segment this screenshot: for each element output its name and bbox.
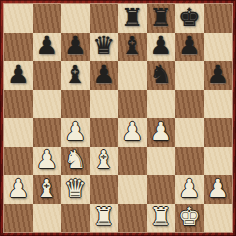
square-c2[interactable]: ♛ bbox=[61, 175, 90, 204]
black-pawn-d6: ♟ bbox=[93, 62, 115, 87]
square-h3[interactable] bbox=[204, 147, 233, 176]
white-rook-f1: ♜ bbox=[150, 204, 172, 229]
black-pawn-h6: ♟ bbox=[207, 62, 229, 87]
square-d3[interactable]: ♝ bbox=[90, 147, 119, 176]
square-g8[interactable]: ♚ bbox=[175, 4, 204, 33]
black-rook-f8: ♜ bbox=[150, 5, 172, 30]
square-c8[interactable] bbox=[61, 4, 90, 33]
chess-board: ♜♜♚♟♟♛♝♟♟♟♝♟♞♟♟♟♟♟♞♝♟♝♛♟♟♜♜♚ bbox=[4, 4, 232, 232]
square-d7[interactable]: ♛ bbox=[90, 33, 119, 62]
square-g3[interactable] bbox=[175, 147, 204, 176]
square-e1[interactable] bbox=[118, 204, 147, 233]
square-f8[interactable]: ♜ bbox=[147, 4, 176, 33]
square-g6[interactable] bbox=[175, 61, 204, 90]
white-bishop-b2: ♝ bbox=[36, 176, 58, 201]
square-h5[interactable] bbox=[204, 90, 233, 119]
square-f7[interactable]: ♟ bbox=[147, 33, 176, 62]
black-pawn-f7: ♟ bbox=[150, 33, 172, 58]
square-e8[interactable]: ♜ bbox=[118, 4, 147, 33]
square-g4[interactable] bbox=[175, 118, 204, 147]
square-f1[interactable]: ♜ bbox=[147, 204, 176, 233]
white-knight-c3: ♞ bbox=[64, 147, 86, 172]
black-pawn-b7: ♟ bbox=[36, 33, 58, 58]
square-b8[interactable] bbox=[33, 4, 62, 33]
square-h7[interactable] bbox=[204, 33, 233, 62]
white-pawn-g2: ♟ bbox=[178, 176, 200, 201]
black-bishop-e7: ♝ bbox=[121, 33, 143, 58]
square-c6[interactable]: ♝ bbox=[61, 61, 90, 90]
black-pawn-a6: ♟ bbox=[7, 62, 29, 87]
black-pawn-c7: ♟ bbox=[64, 33, 86, 58]
square-b5[interactable] bbox=[33, 90, 62, 119]
white-king-g1: ♚ bbox=[178, 204, 200, 229]
square-b3[interactable]: ♟ bbox=[33, 147, 62, 176]
white-pawn-h2: ♟ bbox=[207, 176, 229, 201]
square-a6[interactable]: ♟ bbox=[4, 61, 33, 90]
square-h6[interactable]: ♟ bbox=[204, 61, 233, 90]
square-e4[interactable]: ♟ bbox=[118, 118, 147, 147]
square-b2[interactable]: ♝ bbox=[33, 175, 62, 204]
square-d6[interactable]: ♟ bbox=[90, 61, 119, 90]
square-d5[interactable] bbox=[90, 90, 119, 119]
square-b7[interactable]: ♟ bbox=[33, 33, 62, 62]
square-a4[interactable] bbox=[4, 118, 33, 147]
square-e6[interactable] bbox=[118, 61, 147, 90]
square-f6[interactable]: ♞ bbox=[147, 61, 176, 90]
square-a7[interactable] bbox=[4, 33, 33, 62]
square-a8[interactable] bbox=[4, 4, 33, 33]
square-d2[interactable] bbox=[90, 175, 119, 204]
square-b1[interactable] bbox=[33, 204, 62, 233]
square-c1[interactable] bbox=[61, 204, 90, 233]
board-frame: ♜♜♚♟♟♛♝♟♟♟♝♟♞♟♟♟♟♟♞♝♟♝♛♟♟♜♜♚ bbox=[0, 0, 236, 236]
black-queen-d7: ♛ bbox=[93, 33, 115, 58]
square-e5[interactable] bbox=[118, 90, 147, 119]
white-pawn-b3: ♟ bbox=[36, 147, 58, 172]
square-g1[interactable]: ♚ bbox=[175, 204, 204, 233]
square-h4[interactable] bbox=[204, 118, 233, 147]
square-c3[interactable]: ♞ bbox=[61, 147, 90, 176]
square-c5[interactable] bbox=[61, 90, 90, 119]
square-f4[interactable]: ♟ bbox=[147, 118, 176, 147]
square-a2[interactable]: ♟ bbox=[4, 175, 33, 204]
square-b6[interactable] bbox=[33, 61, 62, 90]
square-h2[interactable]: ♟ bbox=[204, 175, 233, 204]
white-rook-d1: ♜ bbox=[93, 204, 115, 229]
white-pawn-e4: ♟ bbox=[121, 119, 143, 144]
square-g2[interactable]: ♟ bbox=[175, 175, 204, 204]
black-knight-f6: ♞ bbox=[150, 62, 172, 87]
square-e7[interactable]: ♝ bbox=[118, 33, 147, 62]
square-h8[interactable] bbox=[204, 4, 233, 33]
square-d4[interactable] bbox=[90, 118, 119, 147]
square-e2[interactable] bbox=[118, 175, 147, 204]
square-h1[interactable] bbox=[204, 204, 233, 233]
white-pawn-a2: ♟ bbox=[7, 176, 29, 201]
black-pawn-g7: ♟ bbox=[178, 33, 200, 58]
square-f3[interactable] bbox=[147, 147, 176, 176]
black-bishop-c6: ♝ bbox=[64, 62, 86, 87]
square-c4[interactable]: ♟ bbox=[61, 118, 90, 147]
square-a5[interactable] bbox=[4, 90, 33, 119]
white-queen-c2: ♛ bbox=[64, 176, 86, 201]
white-pawn-c4: ♟ bbox=[64, 119, 86, 144]
black-king-g8: ♚ bbox=[178, 5, 200, 30]
square-g5[interactable] bbox=[175, 90, 204, 119]
square-a3[interactable] bbox=[4, 147, 33, 176]
square-g7[interactable]: ♟ bbox=[175, 33, 204, 62]
square-a1[interactable] bbox=[4, 204, 33, 233]
square-c7[interactable]: ♟ bbox=[61, 33, 90, 62]
square-d1[interactable]: ♜ bbox=[90, 204, 119, 233]
white-bishop-d3: ♝ bbox=[93, 147, 115, 172]
black-rook-e8: ♜ bbox=[121, 5, 143, 30]
square-d8[interactable] bbox=[90, 4, 119, 33]
square-e3[interactable] bbox=[118, 147, 147, 176]
square-f5[interactable] bbox=[147, 90, 176, 119]
square-f2[interactable] bbox=[147, 175, 176, 204]
square-b4[interactable] bbox=[33, 118, 62, 147]
white-pawn-f4: ♟ bbox=[150, 119, 172, 144]
